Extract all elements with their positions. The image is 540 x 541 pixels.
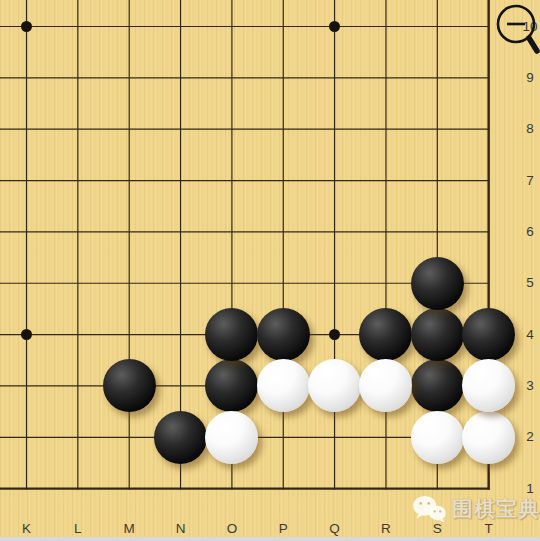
column-label-T: T	[474, 521, 504, 536]
column-label-K: K	[12, 521, 42, 536]
stone-black-M3	[103, 359, 156, 412]
bottom-gray-strip	[0, 537, 540, 541]
column-label-M: M	[114, 521, 144, 536]
row-label-1: 1	[515, 481, 540, 496]
column-label-O: O	[217, 521, 247, 536]
stone-black-T4	[462, 308, 515, 361]
stone-black-S5	[411, 257, 464, 310]
row-label-2: 2	[515, 429, 540, 444]
stone-black-S4	[411, 308, 464, 361]
column-label-R: R	[371, 521, 401, 536]
row-label-5: 5	[515, 275, 540, 290]
column-label-L: L	[63, 521, 93, 536]
row-label-9: 9	[515, 70, 540, 85]
stone-white-S2	[411, 411, 464, 464]
column-label-Q: Q	[320, 521, 350, 536]
stone-white-P3	[257, 359, 310, 412]
row-label-3: 3	[515, 378, 540, 393]
stone-white-O2	[205, 411, 258, 464]
go-board[interactable]: KLMNOPQRST 10987654321 围棋宝典	[0, 0, 540, 537]
column-label-S: S	[422, 521, 452, 536]
row-label-8: 8	[515, 121, 540, 136]
row-label-4: 4	[515, 327, 540, 342]
column-label-P: P	[268, 521, 298, 536]
row-label-7: 7	[515, 173, 540, 188]
column-label-N: N	[166, 521, 196, 536]
stone-black-S3	[411, 359, 464, 412]
zoom-out-icon[interactable]	[476, 0, 540, 62]
stone-black-N2	[154, 411, 207, 464]
go-app-screen: KLMNOPQRST 10987654321 围棋宝典	[0, 0, 540, 541]
stone-black-P4	[257, 308, 310, 361]
stone-white-T2	[462, 411, 515, 464]
star-point-K10	[21, 21, 32, 32]
row-label-6: 6	[515, 224, 540, 239]
